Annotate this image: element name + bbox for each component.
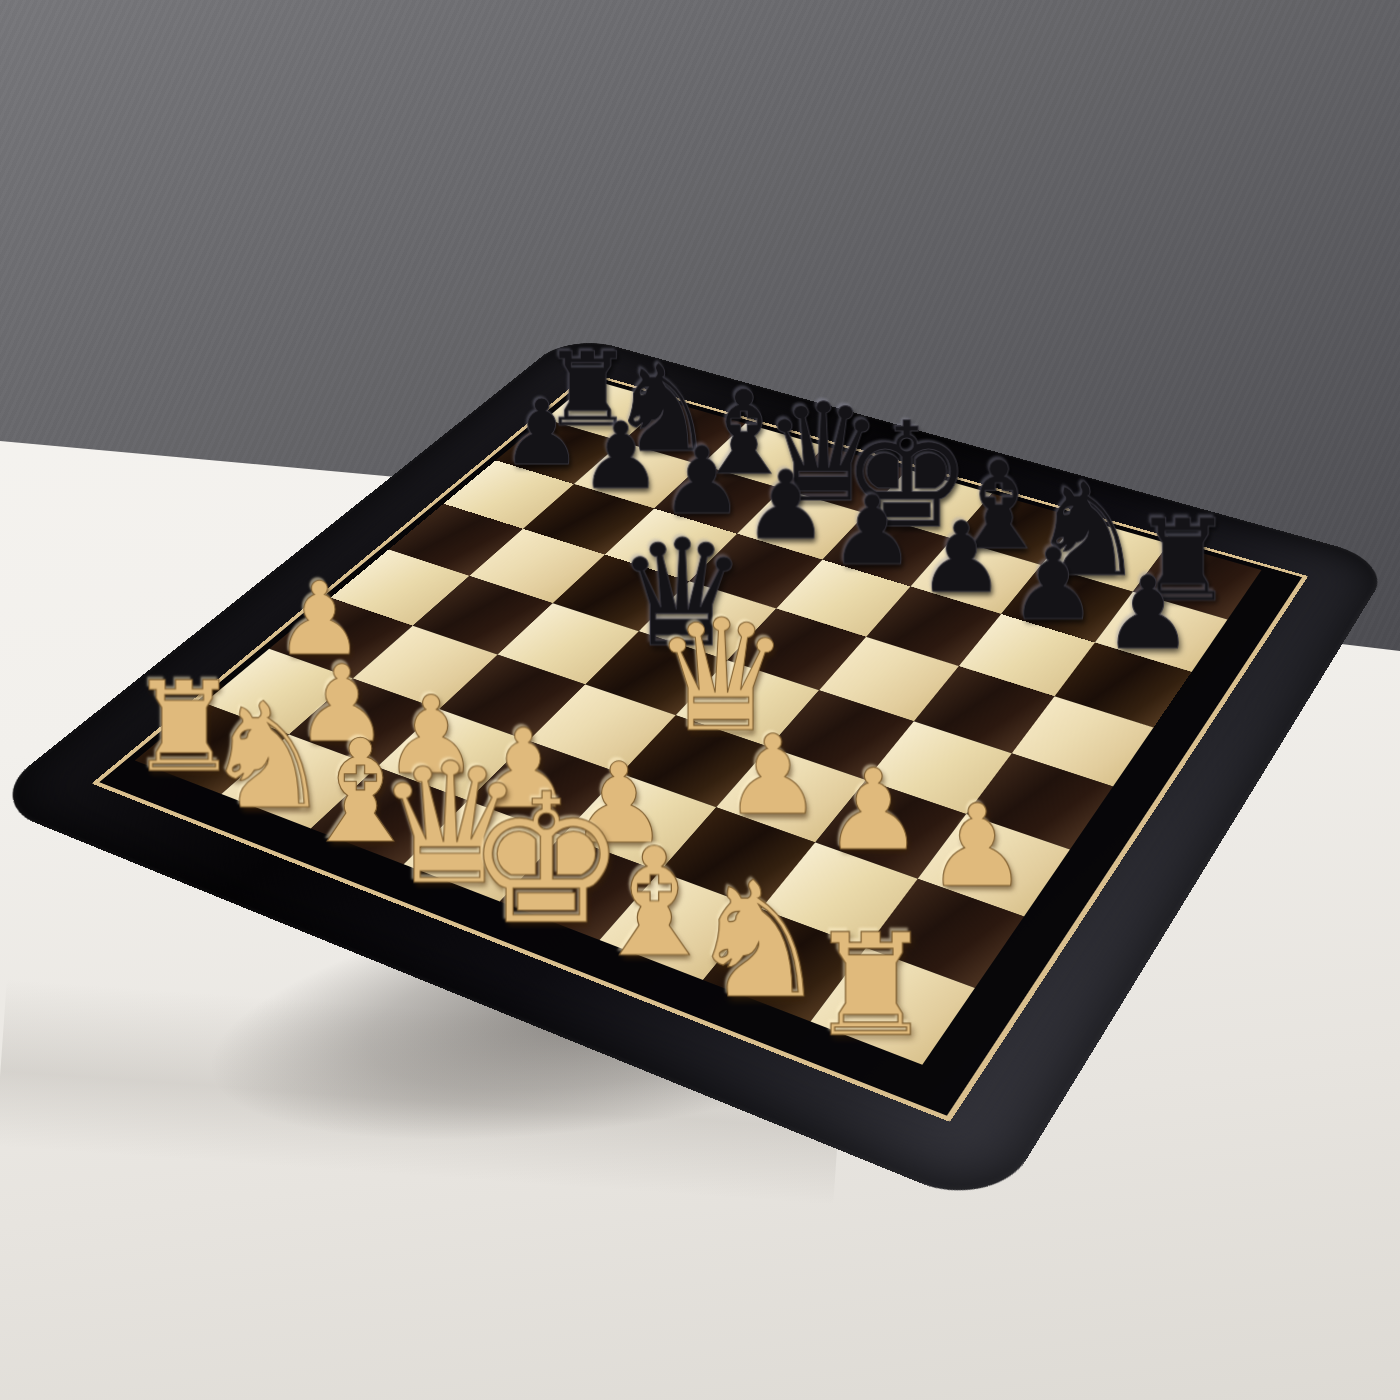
piece-black-pawn-a7[interactable]: ♟ [501, 388, 582, 478]
chess-board-frame: ♜♞♝♛♚♝♞♜♟♟♟♟♟♟♟♟♛♛♟♟♟♟♟♟♟♟♜♞♝♛♚♝♞♜ [0, 334, 1393, 1213]
piece-white-rook-h1[interactable]: ♜ [808, 914, 935, 1055]
board-tilt-wrapper: ♜♞♝♛♚♝♞♜♟♟♟♟♟♟♟♟♛♛♟♟♟♟♟♟♟♟♜♞♝♛♚♝♞♜ [0, 334, 1393, 1213]
photo-stage: ♜♞♝♛♚♝♞♜♟♟♟♟♟♟♟♟♛♛♟♟♟♟♟♟♟♟♜♞♝♛♚♝♞♜ [0, 0, 1400, 1400]
playing-field-grid: ♜♞♝♛♚♝♞♜♟♟♟♟♟♟♟♟♛♛♟♟♟♟♟♟♟♟♜♞♝♛♚♝♞♜ [135, 380, 1261, 1065]
piece-white-pawn-h3[interactable]: ♟ [926, 790, 1028, 904]
piece-black-pawn-g7[interactable]: ♟ [1009, 536, 1098, 635]
board-fillet-line: ♜♞♝♛♚♝♞♜♟♟♟♟♟♟♟♟♛♛♟♟♟♟♟♟♟♟♜♞♝♛♚♝♞♜ [92, 373, 1309, 1122]
piece-black-pawn-b7[interactable]: ♟ [580, 411, 662, 503]
piece-white-pawn-g3[interactable]: ♟ [823, 755, 923, 867]
perspective-scene: ♜♞♝♛♚♝♞♜♟♟♟♟♟♟♟♟♛♛♟♟♟♟♟♟♟♟♜♞♝♛♚♝♞♜ [0, 0, 1400, 1400]
piece-black-pawn-f7[interactable]: ♟ [918, 509, 1005, 607]
piece-white-pawn-f3[interactable]: ♟ [724, 721, 822, 831]
piece-black-pawn-d7[interactable]: ♟ [744, 458, 829, 553]
piece-black-pawn-e7[interactable]: ♟ [829, 483, 915, 579]
square-h7[interactable]: ♟ [1095, 592, 1228, 672]
piece-black-pawn-h7[interactable]: ♟ [1103, 563, 1193, 664]
